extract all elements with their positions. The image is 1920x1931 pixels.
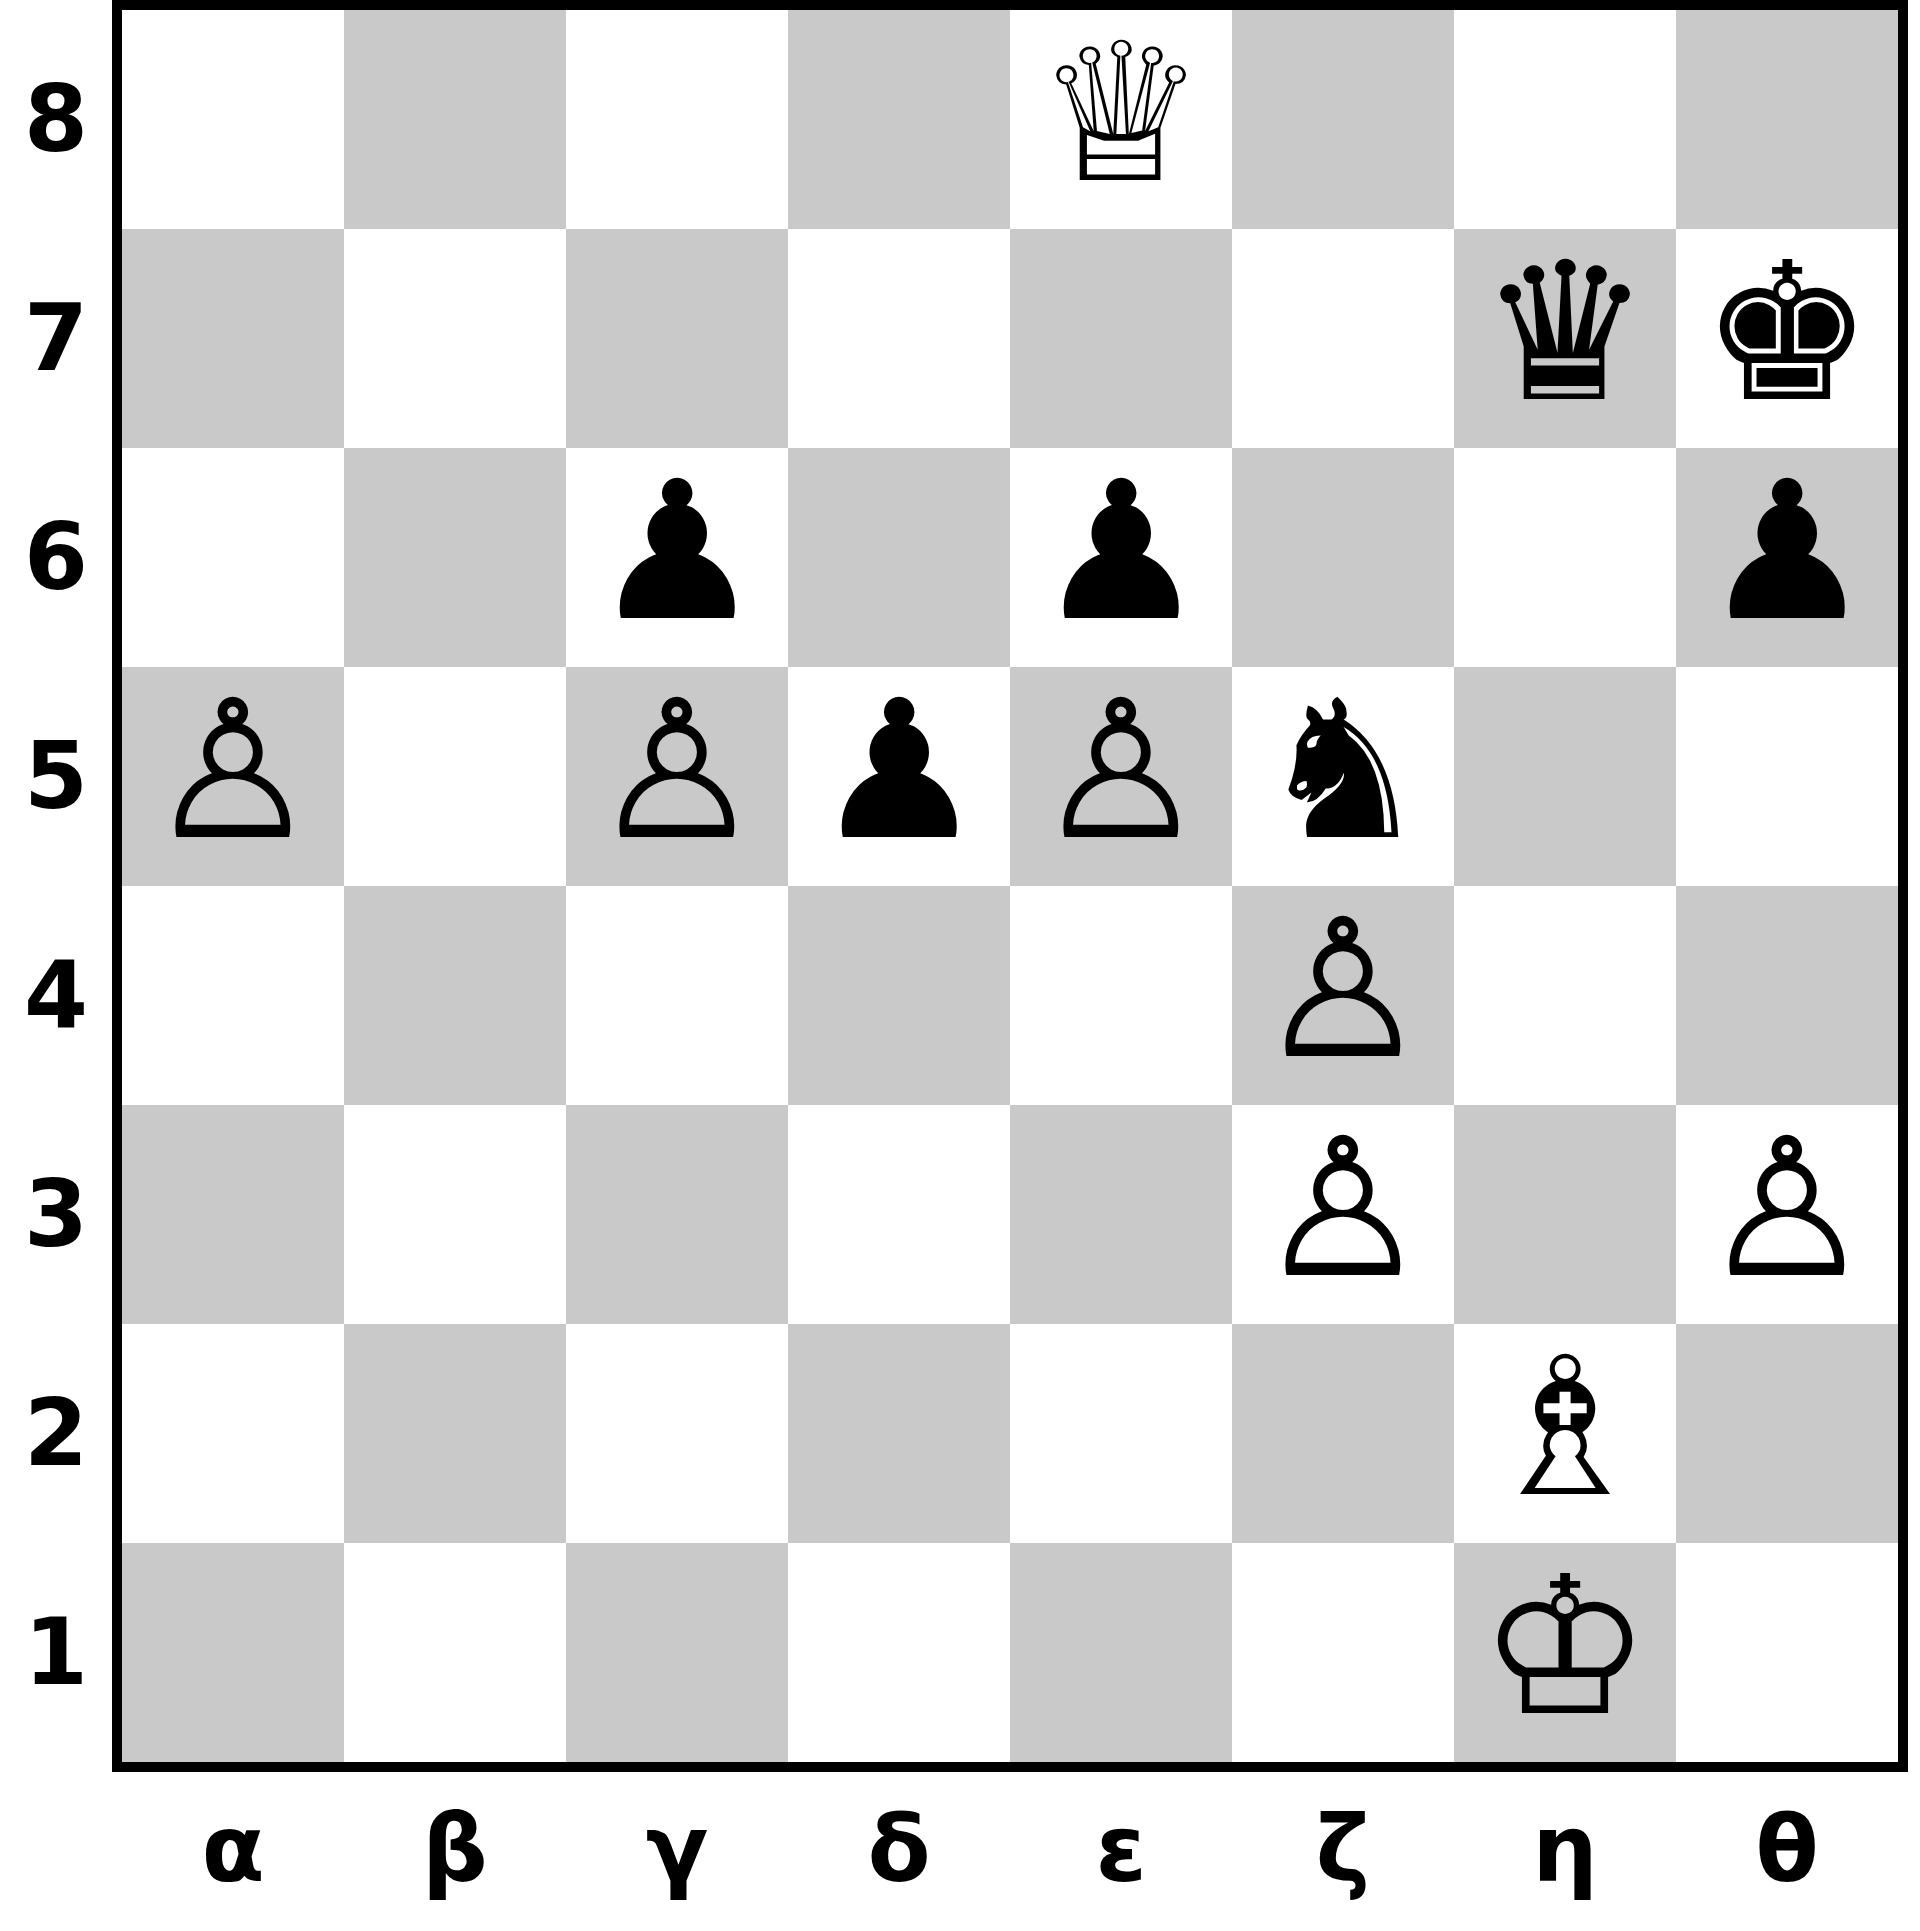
- white-king[interactable]: ♔: [1479, 1551, 1651, 1743]
- white-pawn[interactable]: ♙: [1035, 675, 1207, 867]
- square-e5[interactable]: ♙: [1010, 667, 1232, 886]
- black-queen[interactable]: ♛: [1479, 237, 1651, 429]
- square-b7[interactable]: [344, 229, 566, 448]
- square-f4[interactable]: ♙: [1232, 886, 1454, 1105]
- rank-label-3: 3: [0, 1105, 112, 1324]
- black-knight[interactable]: ♞: [1257, 675, 1429, 867]
- white-pawn[interactable]: ♙: [147, 675, 319, 867]
- white-bishop[interactable]: ♗: [1479, 1332, 1651, 1524]
- square-h4[interactable]: [1676, 886, 1898, 1105]
- square-f2[interactable]: [1232, 1324, 1454, 1543]
- square-a6[interactable]: [122, 448, 344, 667]
- square-d2[interactable]: [788, 1324, 1010, 1543]
- square-h8[interactable]: [1676, 10, 1898, 229]
- square-h6[interactable]: ♟: [1676, 448, 1898, 667]
- rank-label-5: 5: [0, 667, 112, 886]
- rank-label-4: 4: [0, 886, 112, 1105]
- square-d1[interactable]: [788, 1543, 1010, 1762]
- square-e7[interactable]: [1010, 229, 1232, 448]
- white-pawn[interactable]: ♙: [1701, 1113, 1873, 1305]
- square-c4[interactable]: [566, 886, 788, 1105]
- square-e2[interactable]: [1010, 1324, 1232, 1543]
- square-a1[interactable]: [122, 1543, 344, 1762]
- file-label-c: γ: [566, 1772, 788, 1927]
- rank-label-1: 1: [0, 1543, 112, 1762]
- square-h3[interactable]: ♙: [1676, 1105, 1898, 1324]
- square-d4[interactable]: [788, 886, 1010, 1105]
- square-g1[interactable]: ♔: [1454, 1543, 1676, 1762]
- square-a4[interactable]: [122, 886, 344, 1105]
- file-label-g: η: [1454, 1772, 1676, 1927]
- rank-labels-column: 87654321: [0, 10, 112, 1762]
- black-pawn[interactable]: ♟: [813, 675, 985, 867]
- square-b3[interactable]: [344, 1105, 566, 1324]
- file-labels-row: αβγδεζηθ: [122, 1772, 1898, 1927]
- square-d5[interactable]: ♟: [788, 667, 1010, 886]
- file-label-a: α: [122, 1772, 344, 1927]
- square-b6[interactable]: [344, 448, 566, 667]
- square-d7[interactable]: [788, 229, 1010, 448]
- square-a7[interactable]: [122, 229, 344, 448]
- white-queen[interactable]: ♕: [1035, 18, 1207, 210]
- white-pawn[interactable]: ♙: [591, 675, 763, 867]
- square-h1[interactable]: [1676, 1543, 1898, 1762]
- square-c5[interactable]: ♙: [566, 667, 788, 886]
- white-pawn[interactable]: ♙: [1257, 1113, 1429, 1305]
- square-c8[interactable]: [566, 10, 788, 229]
- square-a8[interactable]: [122, 10, 344, 229]
- square-b4[interactable]: [344, 886, 566, 1105]
- square-h7[interactable]: ♚: [1676, 229, 1898, 448]
- square-g4[interactable]: [1454, 886, 1676, 1105]
- square-c7[interactable]: [566, 229, 788, 448]
- square-f3[interactable]: ♙: [1232, 1105, 1454, 1324]
- file-label-b: β: [344, 1772, 566, 1927]
- square-a5[interactable]: ♙: [122, 667, 344, 886]
- file-label-d: δ: [788, 1772, 1010, 1927]
- black-king[interactable]: ♚: [1701, 237, 1873, 429]
- rank-label-8: 8: [0, 10, 112, 229]
- rank-label-2: 2: [0, 1324, 112, 1543]
- black-pawn[interactable]: ♟: [1035, 456, 1207, 648]
- black-pawn[interactable]: ♟: [591, 456, 763, 648]
- square-c3[interactable]: [566, 1105, 788, 1324]
- square-f5[interactable]: ♞: [1232, 667, 1454, 886]
- square-e3[interactable]: [1010, 1105, 1232, 1324]
- square-d8[interactable]: [788, 10, 1010, 229]
- square-e6[interactable]: ♟: [1010, 448, 1232, 667]
- square-g6[interactable]: [1454, 448, 1676, 667]
- file-label-e: ε: [1010, 1772, 1232, 1927]
- square-h5[interactable]: [1676, 667, 1898, 886]
- square-f1[interactable]: [1232, 1543, 1454, 1762]
- square-g2[interactable]: ♗: [1454, 1324, 1676, 1543]
- square-g5[interactable]: [1454, 667, 1676, 886]
- square-g7[interactable]: ♛: [1454, 229, 1676, 448]
- black-pawn[interactable]: ♟: [1701, 456, 1873, 648]
- square-f8[interactable]: [1232, 10, 1454, 229]
- square-b8[interactable]: [344, 10, 566, 229]
- square-a2[interactable]: [122, 1324, 344, 1543]
- rank-label-6: 6: [0, 448, 112, 667]
- square-h2[interactable]: [1676, 1324, 1898, 1543]
- chess-board[interactable]: ♕♛♚♟♟♟♙♙♟♙♞♙♙♙♗♔: [112, 0, 1908, 1772]
- square-e4[interactable]: [1010, 886, 1232, 1105]
- square-e8[interactable]: ♕: [1010, 10, 1232, 229]
- square-d3[interactable]: [788, 1105, 1010, 1324]
- file-label-f: ζ: [1232, 1772, 1454, 1927]
- square-b2[interactable]: [344, 1324, 566, 1543]
- square-f6[interactable]: [1232, 448, 1454, 667]
- square-f7[interactable]: [1232, 229, 1454, 448]
- square-a3[interactable]: [122, 1105, 344, 1324]
- square-b1[interactable]: [344, 1543, 566, 1762]
- square-c2[interactable]: [566, 1324, 788, 1543]
- white-pawn[interactable]: ♙: [1257, 894, 1429, 1086]
- square-c1[interactable]: [566, 1543, 788, 1762]
- square-c6[interactable]: ♟: [566, 448, 788, 667]
- square-b5[interactable]: [344, 667, 566, 886]
- file-label-h: θ: [1676, 1772, 1898, 1927]
- square-g3[interactable]: [1454, 1105, 1676, 1324]
- square-d6[interactable]: [788, 448, 1010, 667]
- square-e1[interactable]: [1010, 1543, 1232, 1762]
- rank-label-7: 7: [0, 229, 112, 448]
- square-g8[interactable]: [1454, 10, 1676, 229]
